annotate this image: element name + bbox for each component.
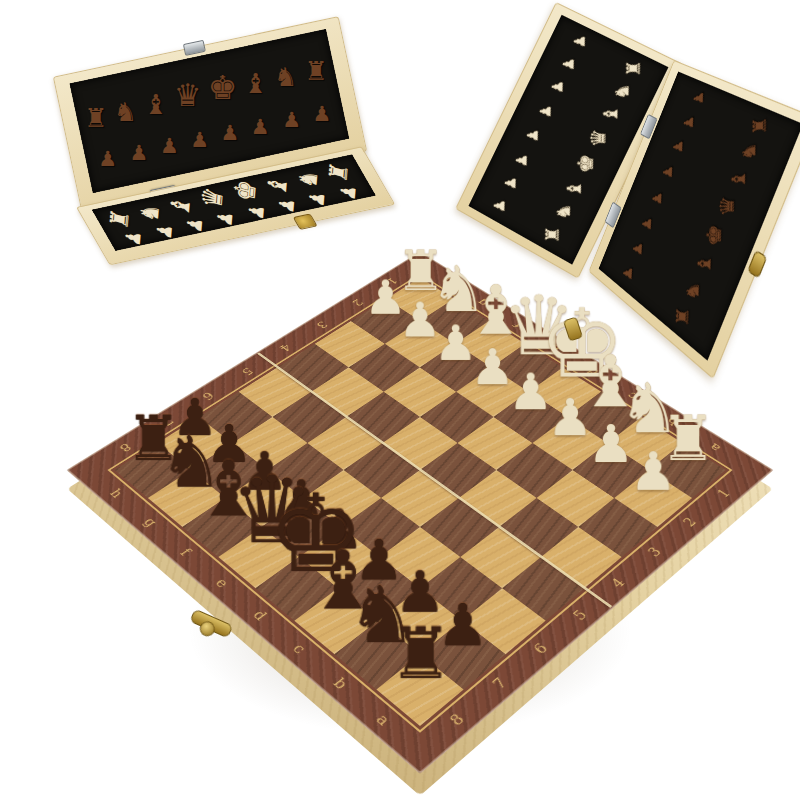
stored-piece-black-rook: ♜	[751, 115, 769, 135]
stored-piece-black-pawn: ♟	[282, 110, 301, 131]
coord-rank-right-8: 8	[441, 706, 474, 733]
stored-piece-black-rook: ♜	[304, 58, 327, 84]
coord-file-bottom-c: c	[284, 636, 316, 661]
coord-rank-left-3: 3	[309, 316, 335, 333]
stored-piece-white-pawn: ♟	[573, 35, 588, 49]
stored-piece-black-knight: ♞	[740, 142, 758, 162]
stored-piece-white-queen: ♛	[588, 129, 609, 148]
stored-piece-black-pawn: ♟	[190, 129, 209, 150]
stored-piece-black-rook: ♜	[84, 105, 107, 131]
stored-piece-black-bishop: ♝	[144, 91, 168, 118]
coord-rank-right-3: 3	[640, 541, 670, 564]
coord-rank-left-4: 4	[272, 339, 298, 356]
coord-rank-right-5: 5	[565, 603, 596, 627]
coord-file-bottom-h: h	[102, 483, 131, 504]
stored-piece-black-pawn: ♟	[160, 136, 179, 157]
stored-piece-black-pawn: ♟	[682, 114, 695, 129]
coord-file-bottom-b: b	[324, 670, 356, 696]
piece-black-rook-a8[interactable]: ♜	[389, 619, 451, 690]
stored-piece-white-pawn: ♟	[550, 80, 565, 94]
coord-rank-left-5: 5	[234, 363, 260, 381]
stored-piece-black-pawn: ♟	[221, 123, 240, 144]
coord-rank-right-7: 7	[484, 670, 516, 696]
stored-piece-black-queen: ♛	[174, 81, 202, 112]
stored-piece-black-knight: ♞	[114, 99, 137, 125]
stored-piece-white-pawn: ♟	[538, 104, 553, 118]
stored-piece-white-rook: ♜	[624, 60, 643, 77]
piece-white-pawn-a2[interactable]: ♟	[626, 445, 681, 498]
coord-rank-right-6: 6	[525, 636, 557, 661]
coord-rank-right-2: 2	[675, 511, 704, 533]
stored-piece-black-pawn: ♟	[672, 139, 685, 154]
stored-piece-black-pawn: ♟	[251, 116, 270, 137]
stored-piece-black-knight: ♞	[274, 65, 297, 91]
coord-file-bottom-g: g	[136, 511, 165, 533]
coord-rank-right-4: 4	[603, 571, 633, 594]
stored-piece-black-pawn: ♟	[312, 103, 331, 124]
chessboard-scene: ♜♞♝♛♚♝♞♜♟♟♟♟♟♟♟♟♟♟♟♟♟♟♟♟♜♞♝♛♚♝♞♜ hgfedcb…	[30, 160, 800, 780]
coord-file-bottom-e: e	[207, 571, 237, 594]
stored-piece-white-pawn: ♟	[562, 57, 577, 71]
coord-rank-right-1: 1	[709, 483, 738, 504]
stored-piece-black-bishop: ♝	[244, 70, 268, 97]
stored-piece-black-pawn: ♟	[692, 90, 705, 105]
metal-clasp-icon	[183, 40, 206, 56]
stored-piece-black-king: ♚	[207, 71, 237, 104]
coord-file-bottom-d: d	[244, 603, 275, 627]
stored-piece-white-knight: ♞	[613, 82, 632, 99]
stored-piece-white-pawn: ♟	[526, 128, 541, 142]
stored-piece-white-bishop: ♝	[601, 105, 621, 123]
coord-file-bottom-a: a	[367, 706, 400, 733]
coord-file-bottom-f: f	[171, 541, 201, 564]
